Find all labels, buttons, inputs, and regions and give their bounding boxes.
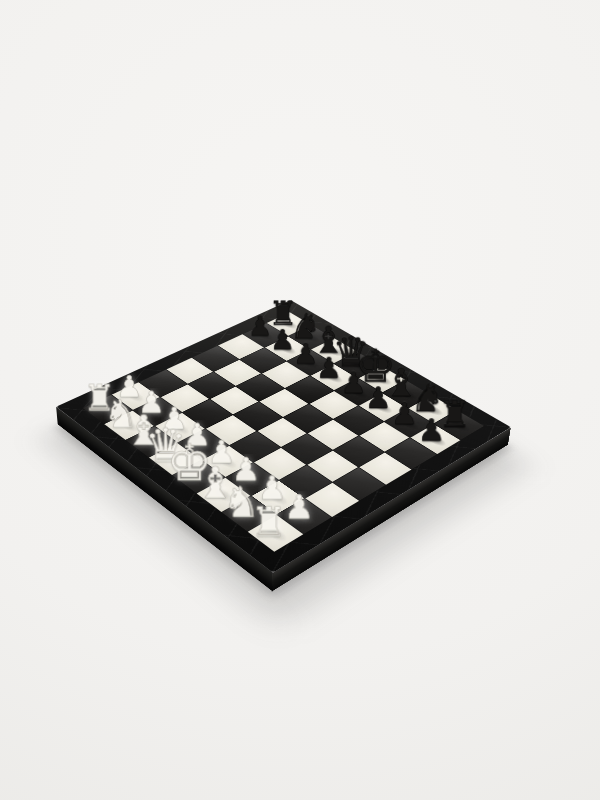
piece-shadow-a1 bbox=[94, 401, 120, 417]
piece-shadow-b7 bbox=[274, 342, 299, 356]
piece-black-knight-g8: ♞ bbox=[411, 379, 445, 417]
piece-shadow-d7 bbox=[320, 370, 346, 385]
chess-board: ♜♞♝♛♚♝♞♜♟♟♟♟♟♟♟♟♟♟♟♟♟♟♟♟♜♞♝♛♚♝♞♜ bbox=[56, 300, 511, 573]
piece-shadow-g2 bbox=[263, 488, 292, 508]
piece-shadow-f2 bbox=[237, 470, 266, 489]
square-d1: ♛ bbox=[149, 443, 200, 474]
piece-shadow-b1 bbox=[115, 417, 142, 434]
product-photo-scene: ♜♞♝♛♚♝♞♜♟♟♟♟♟♟♟♟♟♟♟♟♟♟♟♟♜♞♝♛♚♝♞♜ bbox=[0, 0, 600, 800]
piece-shadow-h1 bbox=[260, 523, 291, 544]
square-h8: ♜ bbox=[435, 411, 484, 440]
piece-black-rook-h8: ♜ bbox=[438, 397, 471, 433]
piece-white-pawn-a2: ♟ bbox=[116, 372, 143, 402]
piece-shadow-c7 bbox=[297, 355, 323, 370]
piece-shadow-f8 bbox=[393, 386, 420, 402]
piece-shadow-e1 bbox=[184, 467, 212, 486]
square-f7: ♟ bbox=[359, 393, 407, 421]
piece-shadow-g8 bbox=[419, 401, 447, 417]
piece-shadow-h8 bbox=[445, 417, 473, 434]
piece-shadow-b8 bbox=[298, 330, 323, 344]
piece-shadow-c2 bbox=[166, 419, 193, 436]
piece-shadow-b2 bbox=[144, 403, 170, 419]
square-a1: ♜ bbox=[83, 395, 132, 423]
square-h7: ♟ bbox=[411, 424, 461, 454]
piece-shadow-e7 bbox=[344, 384, 371, 400]
piece-shadow-e8 bbox=[368, 372, 395, 387]
piece-shadow-a2 bbox=[122, 388, 148, 404]
piece-shadow-f1 bbox=[208, 485, 237, 504]
piece-shadow-d1 bbox=[160, 450, 188, 468]
piece-shadow-e2 bbox=[213, 452, 241, 470]
piece-white-rook-a1: ♜ bbox=[83, 381, 115, 417]
piece-shadow-d8 bbox=[344, 357, 370, 372]
piece-shadow-f7 bbox=[369, 399, 396, 415]
piece-shadow-h2 bbox=[289, 506, 319, 526]
piece-black-pawn-a7: ♟ bbox=[248, 313, 273, 341]
piece-shadow-c1 bbox=[137, 433, 164, 451]
piece-shadow-h7 bbox=[421, 431, 450, 448]
piece-shadow-a8 bbox=[276, 317, 301, 331]
square-g6 bbox=[360, 422, 410, 452]
piece-shadow-a7 bbox=[252, 328, 277, 342]
piece-black-rook-a8: ♜ bbox=[269, 297, 298, 330]
piece-shadow-d2 bbox=[189, 436, 217, 454]
piece-shadow-c8 bbox=[321, 344, 347, 358]
piece-shadow-g1 bbox=[233, 504, 263, 524]
piece-shadow-g7 bbox=[395, 415, 423, 432]
